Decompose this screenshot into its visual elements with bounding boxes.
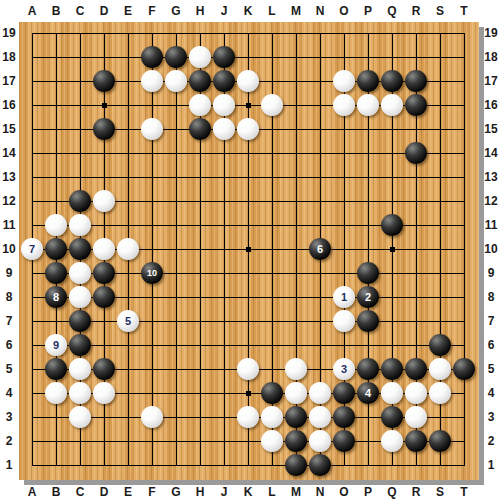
- white-stone-N4: [309, 382, 331, 404]
- white-stone-N2: [309, 430, 331, 452]
- column-label-top-P: P: [358, 2, 378, 20]
- white-stone-M4: [285, 382, 307, 404]
- star-point: [390, 247, 395, 252]
- column-label-bottom-N: N: [310, 484, 330, 500]
- column-label-top-R: R: [406, 2, 426, 20]
- star-point: [246, 391, 251, 396]
- column-label-bottom-O: O: [334, 484, 354, 500]
- black-stone-S6: [429, 334, 451, 356]
- row-label-left-5: 5: [0, 361, 18, 377]
- white-stone-C9: [69, 262, 91, 284]
- column-label-bottom-A: A: [22, 484, 42, 500]
- column-label-top-T: T: [454, 2, 474, 20]
- black-stone-D15: [93, 118, 115, 140]
- grid-line: [32, 465, 465, 466]
- black-stone-P4: [357, 382, 379, 404]
- white-stone-K17: [237, 70, 259, 92]
- white-stone-K15: [237, 118, 259, 140]
- black-stone-P8: [357, 286, 379, 308]
- grid-line: [32, 345, 465, 346]
- row-label-left-17: 17: [0, 73, 18, 89]
- black-stone-Q3: [381, 406, 403, 428]
- column-label-top-G: G: [166, 2, 186, 20]
- white-stone-C8: [69, 286, 91, 308]
- column-label-bottom-M: M: [286, 484, 306, 500]
- white-stone-Q16: [381, 94, 403, 116]
- star-point: [246, 103, 251, 108]
- row-label-left-10: 10: [0, 241, 18, 257]
- column-label-top-M: M: [286, 2, 306, 20]
- black-stone-R14: [405, 142, 427, 164]
- row-label-right-12: 12: [482, 193, 500, 209]
- star-point: [102, 103, 107, 108]
- white-stone-R4: [405, 382, 427, 404]
- row-label-left-13: 13: [0, 169, 18, 185]
- column-label-top-C: C: [70, 2, 90, 20]
- black-stone-M3: [285, 406, 307, 428]
- row-label-right-5: 5: [482, 361, 500, 377]
- black-stone-O2: [333, 430, 355, 452]
- column-label-bottom-S: S: [430, 484, 450, 500]
- row-label-left-9: 9: [0, 265, 18, 281]
- white-stone-E7: [117, 310, 139, 332]
- white-stone-O17: [333, 70, 355, 92]
- column-label-bottom-T: T: [454, 484, 474, 500]
- white-stone-E10: [117, 238, 139, 260]
- column-label-bottom-L: L: [262, 484, 282, 500]
- black-stone-J17: [213, 70, 235, 92]
- column-label-top-F: F: [142, 2, 162, 20]
- column-label-bottom-F: F: [142, 484, 162, 500]
- column-label-top-J: J: [214, 2, 234, 20]
- column-label-top-E: E: [118, 2, 138, 20]
- row-label-left-15: 15: [0, 121, 18, 137]
- black-stone-P7: [357, 310, 379, 332]
- black-stone-N10: [309, 238, 331, 260]
- black-stone-S2: [429, 430, 451, 452]
- white-stone-F15: [141, 118, 163, 140]
- white-stone-Q4: [381, 382, 403, 404]
- black-stone-M2: [285, 430, 307, 452]
- row-label-right-6: 6: [482, 337, 500, 353]
- black-stone-F18: [141, 46, 163, 68]
- white-stone-K5: [237, 358, 259, 380]
- column-label-bottom-R: R: [406, 484, 426, 500]
- black-stone-Q17: [381, 70, 403, 92]
- white-stone-O5: [333, 358, 355, 380]
- grid-line: [32, 321, 465, 322]
- black-stone-F9: [141, 262, 163, 284]
- white-stone-J15: [213, 118, 235, 140]
- column-label-top-A: A: [22, 2, 42, 20]
- black-stone-B10: [45, 238, 67, 260]
- black-stone-L4: [261, 382, 283, 404]
- star-point: [246, 247, 251, 252]
- row-label-left-2: 2: [0, 433, 18, 449]
- black-stone-O3: [333, 406, 355, 428]
- white-stone-F17: [141, 70, 163, 92]
- column-label-bottom-P: P: [358, 484, 378, 500]
- row-label-right-2: 2: [482, 433, 500, 449]
- white-stone-O7: [333, 310, 355, 332]
- column-label-bottom-G: G: [166, 484, 186, 500]
- black-stone-P9: [357, 262, 379, 284]
- white-stone-L16: [261, 94, 283, 116]
- black-stone-M1: [285, 454, 307, 476]
- white-stone-C3: [69, 406, 91, 428]
- white-stone-O16: [333, 94, 355, 116]
- row-label-left-16: 16: [0, 97, 18, 113]
- white-stone-O8: [333, 286, 355, 308]
- column-label-bottom-B: B: [46, 484, 66, 500]
- white-stone-P16: [357, 94, 379, 116]
- black-stone-Q11: [381, 214, 403, 236]
- black-stone-D5: [93, 358, 115, 380]
- row-label-right-11: 11: [482, 217, 500, 233]
- black-stone-C7: [69, 310, 91, 332]
- black-stone-P5: [357, 358, 379, 380]
- column-label-top-H: H: [190, 2, 210, 20]
- black-stone-D17: [93, 70, 115, 92]
- column-label-bottom-J: J: [214, 484, 234, 500]
- black-stone-J18: [213, 46, 235, 68]
- row-label-right-19: 19: [482, 25, 500, 41]
- white-stone-D4: [93, 382, 115, 404]
- row-label-right-9: 9: [482, 265, 500, 281]
- row-label-right-3: 3: [482, 409, 500, 425]
- column-label-top-O: O: [334, 2, 354, 20]
- column-label-bottom-E: E: [118, 484, 138, 500]
- black-stone-D8: [93, 286, 115, 308]
- black-stone-R2: [405, 430, 427, 452]
- black-stone-R17: [405, 70, 427, 92]
- row-label-left-19: 19: [0, 25, 18, 41]
- white-stone-B11: [45, 214, 67, 236]
- row-label-left-8: 8: [0, 289, 18, 305]
- white-stone-K3: [237, 406, 259, 428]
- row-label-right-15: 15: [482, 121, 500, 137]
- white-stone-D12: [93, 190, 115, 212]
- black-stone-T5: [453, 358, 475, 380]
- row-label-right-16: 16: [482, 97, 500, 113]
- black-stone-B5: [45, 358, 67, 380]
- white-stone-H18: [189, 46, 211, 68]
- row-label-right-8: 8: [482, 289, 500, 305]
- black-stone-D9: [93, 262, 115, 284]
- row-label-right-10: 10: [482, 241, 500, 257]
- column-label-top-K: K: [238, 2, 258, 20]
- black-stone-O4: [333, 382, 355, 404]
- row-label-left-14: 14: [0, 145, 18, 161]
- white-stone-G17: [165, 70, 187, 92]
- column-label-bottom-C: C: [70, 484, 90, 500]
- white-stone-S5: [429, 358, 451, 380]
- column-label-top-L: L: [262, 2, 282, 20]
- white-stone-L3: [261, 406, 283, 428]
- go-board[interactable]: 12345678910: [19, 22, 479, 480]
- column-label-top-N: N: [310, 2, 330, 20]
- row-label-right-7: 7: [482, 313, 500, 329]
- black-stone-H15: [189, 118, 211, 140]
- row-label-left-6: 6: [0, 337, 18, 353]
- row-label-right-4: 4: [482, 385, 500, 401]
- column-label-bottom-K: K: [238, 484, 258, 500]
- row-label-right-17: 17: [482, 73, 500, 89]
- column-label-bottom-Q: Q: [382, 484, 402, 500]
- black-stone-P17: [357, 70, 379, 92]
- black-stone-R5: [405, 358, 427, 380]
- white-stone-D10: [93, 238, 115, 260]
- black-stone-Q5: [381, 358, 403, 380]
- row-label-left-12: 12: [0, 193, 18, 209]
- black-stone-H17: [189, 70, 211, 92]
- row-label-right-13: 13: [482, 169, 500, 185]
- black-stone-G18: [165, 46, 187, 68]
- go-board-diagram: 12345678910 AABBCCDDEEFFGGHHJJKKLLMMNNOO…: [0, 0, 500, 500]
- black-stone-B8: [45, 286, 67, 308]
- white-stone-Q2: [381, 430, 403, 452]
- column-label-top-Q: Q: [382, 2, 402, 20]
- black-stone-C12: [69, 190, 91, 212]
- white-stone-L2: [261, 430, 283, 452]
- grid-line: [464, 33, 465, 466]
- column-label-top-B: B: [46, 2, 66, 20]
- row-label-right-18: 18: [482, 49, 500, 65]
- white-stone-N3: [309, 406, 331, 428]
- white-stone-J16: [213, 94, 235, 116]
- white-stone-B6: [45, 334, 67, 356]
- column-label-bottom-D: D: [94, 484, 114, 500]
- black-stone-N1: [309, 454, 331, 476]
- column-label-top-D: D: [94, 2, 114, 20]
- white-stone-M5: [285, 358, 307, 380]
- white-stone-H16: [189, 94, 211, 116]
- column-label-bottom-H: H: [190, 484, 210, 500]
- black-stone-R16: [405, 94, 427, 116]
- black-stone-B9: [45, 262, 67, 284]
- white-stone-C4: [69, 382, 91, 404]
- white-stone-C5: [69, 358, 91, 380]
- black-stone-C10: [69, 238, 91, 260]
- white-stone-R3: [405, 406, 427, 428]
- black-stone-C6: [69, 334, 91, 356]
- row-label-left-4: 4: [0, 385, 18, 401]
- row-label-left-7: 7: [0, 313, 18, 329]
- row-label-left-3: 3: [0, 409, 18, 425]
- white-stone-S4: [429, 382, 451, 404]
- row-label-right-1: 1: [482, 457, 500, 473]
- white-stone-C11: [69, 214, 91, 236]
- column-label-top-S: S: [430, 2, 450, 20]
- white-stone-F3: [141, 406, 163, 428]
- row-label-left-1: 1: [0, 457, 18, 473]
- white-stone-B4: [45, 382, 67, 404]
- row-label-left-18: 18: [0, 49, 18, 65]
- row-label-right-14: 14: [482, 145, 500, 161]
- white-stone-A10: [21, 238, 43, 260]
- row-label-left-11: 11: [0, 217, 18, 233]
